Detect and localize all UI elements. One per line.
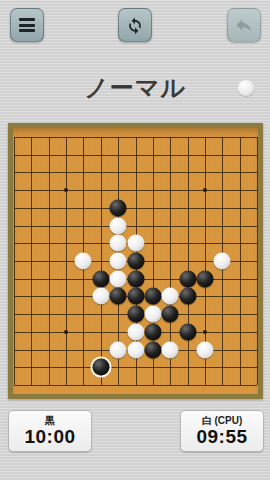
star-point	[64, 188, 68, 192]
black-stone	[110, 288, 127, 305]
black-clock-time: 10:00	[24, 427, 75, 447]
white-stone	[110, 341, 127, 358]
black-stone	[196, 270, 213, 287]
grid-line	[240, 137, 241, 385]
white-clock-time: 09:55	[196, 427, 247, 447]
black-stone	[92, 359, 109, 376]
mode-title: ノーマル	[0, 70, 270, 106]
black-stone	[127, 288, 144, 305]
white-stone	[127, 323, 144, 340]
white-stone	[92, 288, 109, 305]
black-stone	[144, 341, 161, 358]
hamburger-menu-icon	[19, 16, 35, 35]
white-stone	[196, 341, 213, 358]
board-grid	[14, 137, 257, 385]
white-stone	[127, 341, 144, 358]
star-point	[203, 330, 207, 334]
undo-button[interactable]	[227, 8, 261, 42]
grid-line	[14, 367, 257, 368]
black-stone	[179, 323, 196, 340]
white-stone	[75, 253, 92, 270]
black-stone	[92, 270, 109, 287]
refresh-icon	[125, 15, 145, 35]
black-stone	[127, 306, 144, 323]
app-screen: ノーマル 黒 10:00 白 (CPU) 09:55	[0, 0, 270, 480]
white-stone	[214, 253, 231, 270]
star-point	[203, 188, 207, 192]
white-stone	[110, 217, 127, 234]
white-stone	[127, 235, 144, 252]
white-stone	[110, 253, 127, 270]
white-stone	[162, 288, 179, 305]
black-stone	[127, 253, 144, 270]
menu-button[interactable]	[10, 8, 44, 42]
black-stone	[110, 199, 127, 216]
black-stone	[179, 270, 196, 287]
undo-arrow-icon	[234, 15, 254, 35]
grid-line	[257, 137, 258, 385]
grid-line	[14, 385, 257, 386]
grid-line	[188, 137, 189, 385]
black-stone	[179, 288, 196, 305]
black-stone	[144, 323, 161, 340]
white-stone	[144, 306, 161, 323]
white-stone	[162, 341, 179, 358]
turn-indicator-stone	[238, 80, 254, 96]
white-stone	[110, 270, 127, 287]
star-point	[64, 330, 68, 334]
black-stone	[162, 306, 179, 323]
black-clock-panel: 黒 10:00	[8, 410, 92, 452]
restart-button[interactable]	[118, 8, 152, 42]
white-stone	[110, 235, 127, 252]
white-clock-panel: 白 (CPU) 09:55	[180, 410, 264, 452]
black-stone	[144, 288, 161, 305]
game-board[interactable]	[8, 123, 263, 399]
black-stone	[127, 270, 144, 287]
